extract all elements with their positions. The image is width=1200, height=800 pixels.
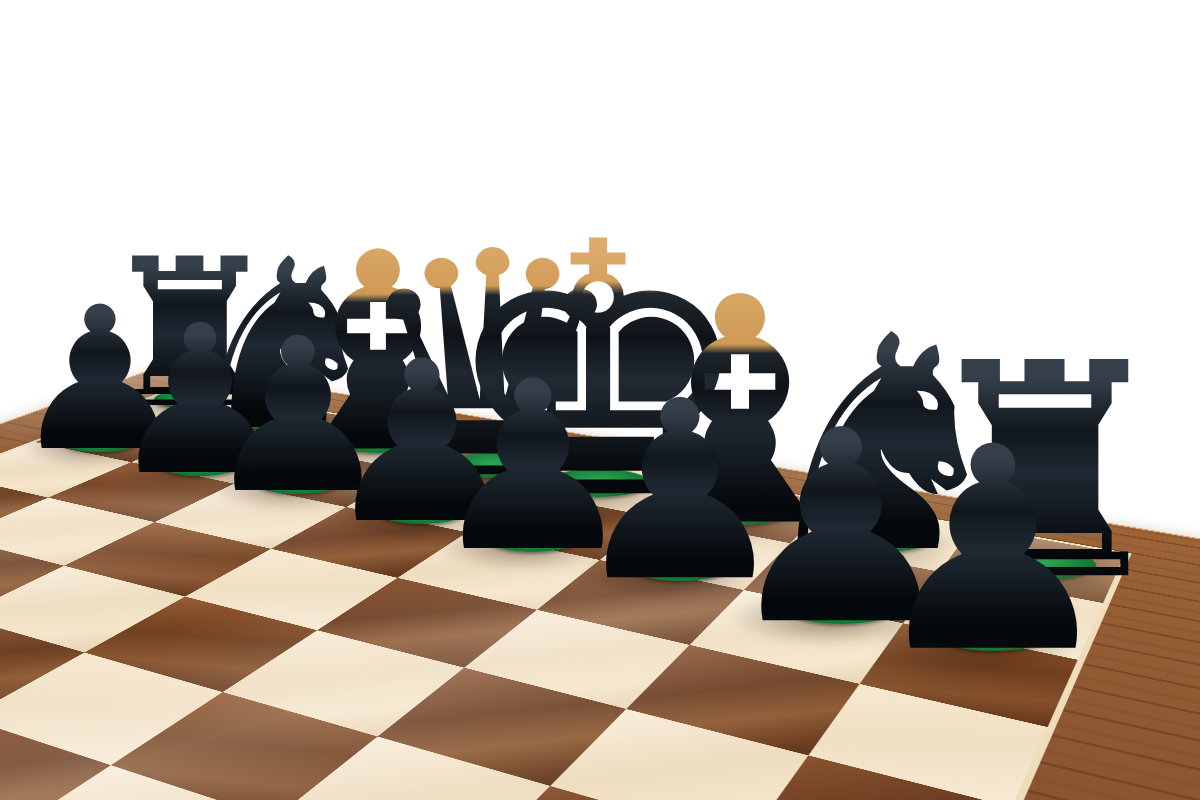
photo-stage: ♜♞♝♛♚♝♞♜♟♟♟♟♟♟♟♟ <box>0 0 1200 800</box>
pieces-layer: ♜♞♝♛♚♝♞♜♟♟♟♟♟♟♟♟ <box>0 0 1200 800</box>
black-pawn-glyph: ♟ <box>867 410 1119 691</box>
